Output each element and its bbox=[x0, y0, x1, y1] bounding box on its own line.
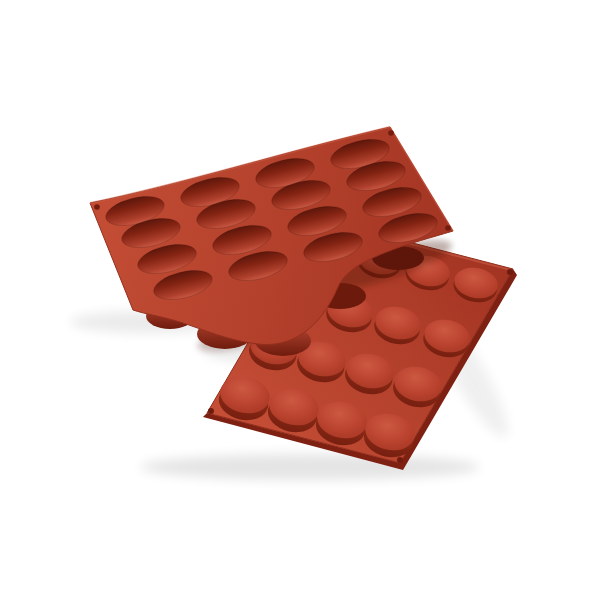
corner-hole bbox=[397, 457, 403, 463]
corner-hole bbox=[94, 204, 100, 210]
shadow-front-mold bbox=[140, 454, 480, 480]
product-photo bbox=[0, 0, 600, 600]
silicone-molds-scene bbox=[0, 0, 600, 600]
corner-hole bbox=[388, 130, 394, 136]
corner-hole bbox=[208, 408, 214, 414]
corner-hole bbox=[507, 269, 513, 275]
corner-hole bbox=[445, 225, 451, 231]
